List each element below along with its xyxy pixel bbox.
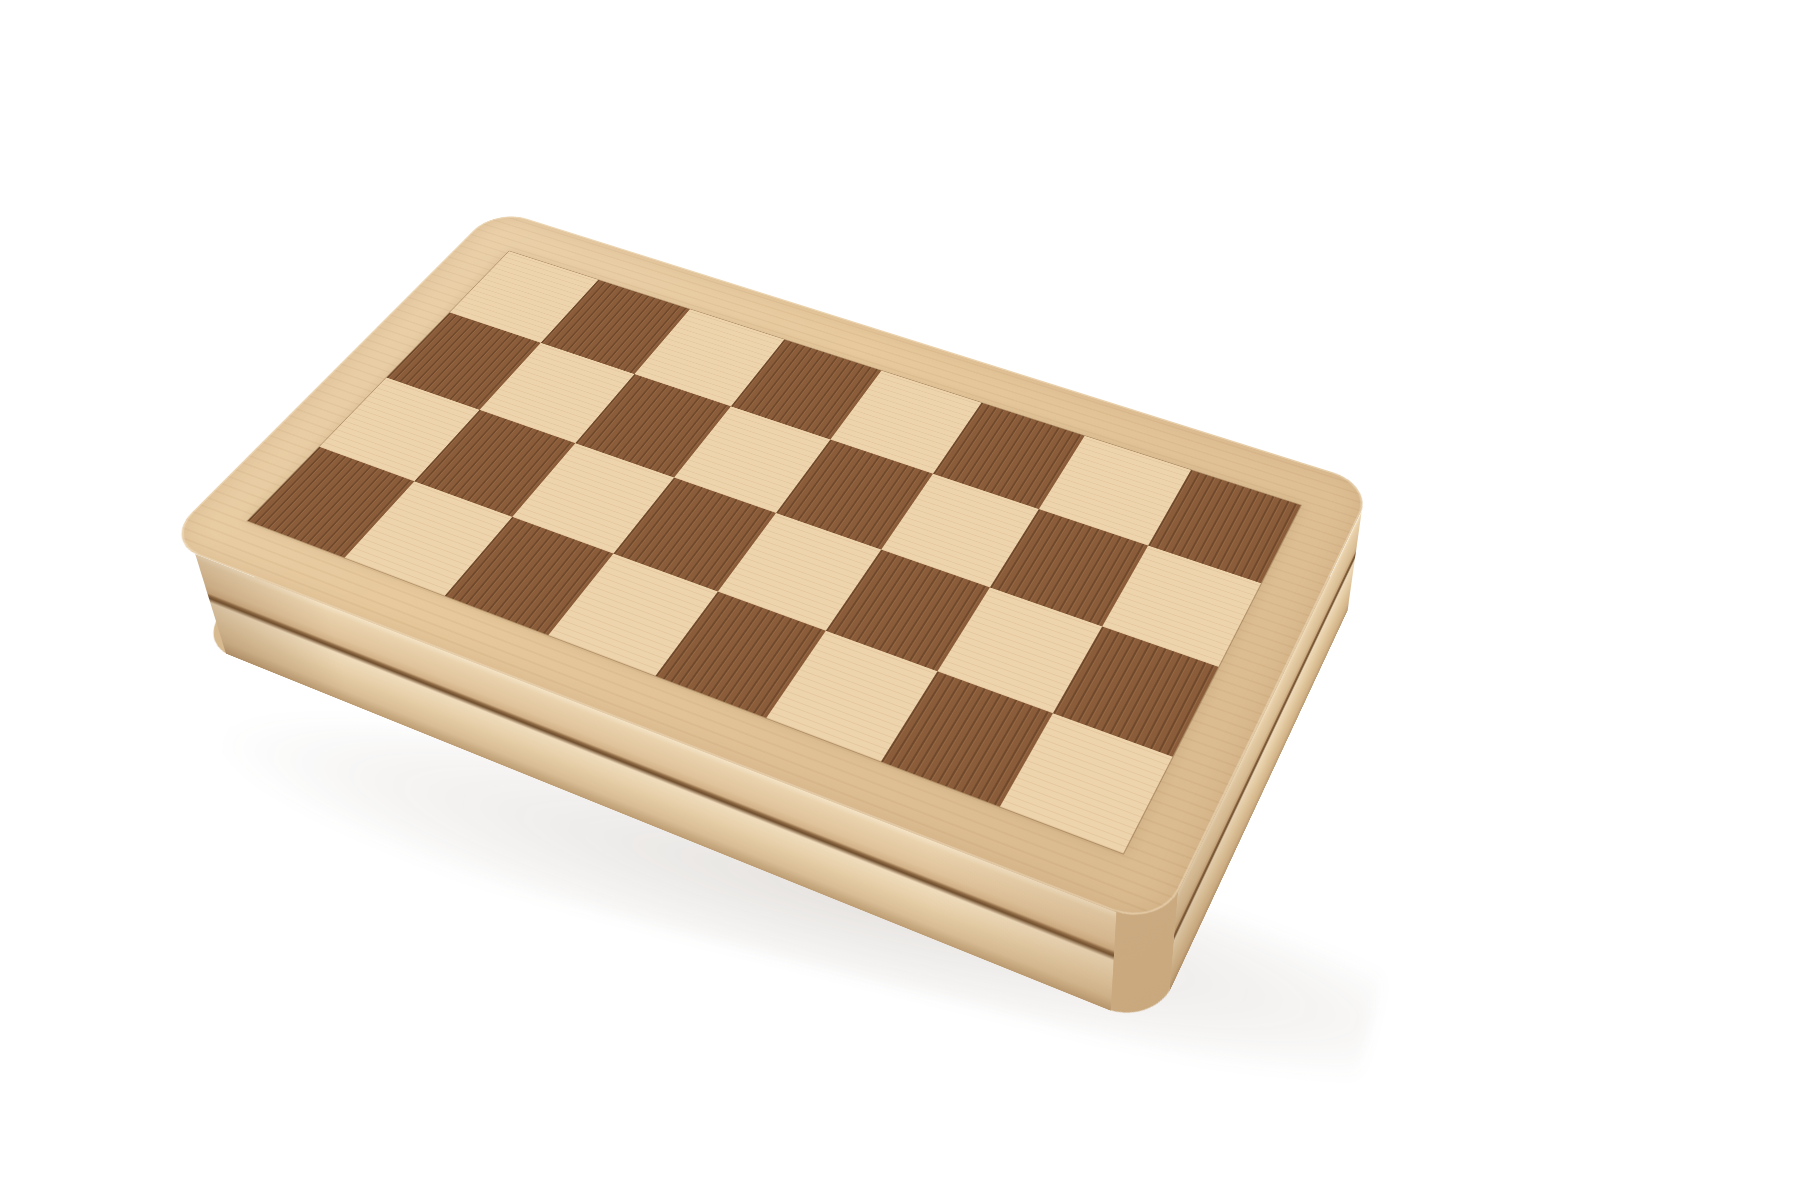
square-r4-c7-dark [881,671,1053,806]
square-r2-c7-dark [990,509,1148,626]
scene [0,0,1800,1200]
square-r4-c4-light [548,554,717,676]
square-r2-c8-light [1102,546,1261,667]
square-r4-c6-light [766,631,937,762]
square-r3-c8-dark [1053,626,1218,756]
folded-chessboard [163,209,1374,930]
square-r4-c8-light [1000,713,1173,853]
square-r3-c6-dark [826,550,990,672]
square-r4-c5-dark [656,592,826,718]
square-r3-c5-light [718,513,881,631]
square-r3-c7-light [937,587,1102,713]
chessboard-field [248,251,1301,853]
product-photo [0,0,1800,1200]
square-r4-c3-dark [445,517,614,635]
